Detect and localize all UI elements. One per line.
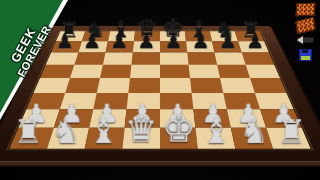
square-h1[interactable]: ♜ <box>266 128 310 149</box>
piece-black-pawn[interactable]: ♟ <box>110 32 128 52</box>
square-a7[interactable]: ♟ <box>51 41 82 52</box>
piece-black-pawn[interactable]: ♟ <box>165 32 183 52</box>
piece-black-pawn[interactable]: ♟ <box>192 32 210 52</box>
square-h6[interactable] <box>242 52 275 64</box>
square-g7[interactable]: ♟ <box>212 41 242 52</box>
square-b4[interactable] <box>65 78 100 93</box>
square-a6[interactable] <box>46 52 79 64</box>
square-h5[interactable] <box>246 65 280 78</box>
piece-white-king[interactable]: ♚ <box>162 110 196 148</box>
square-f6[interactable] <box>187 52 217 64</box>
square-d5[interactable] <box>130 65 160 78</box>
piece-white-knight[interactable]: ♞ <box>239 115 268 148</box>
piece-black-pawn[interactable]: ♟ <box>137 32 155 52</box>
square-e7[interactable]: ♟ <box>160 41 187 52</box>
square-b1[interactable]: ♞ <box>47 128 89 149</box>
square-e4[interactable] <box>160 78 192 93</box>
flat-board-icon[interactable] <box>296 3 316 17</box>
square-g6[interactable] <box>214 52 245 64</box>
square-c7[interactable]: ♟ <box>106 41 134 52</box>
square-b7[interactable]: ♟ <box>78 41 108 52</box>
square-f4[interactable] <box>190 78 223 93</box>
square-c5[interactable] <box>100 65 131 78</box>
square-f1[interactable]: ♝ <box>195 128 235 149</box>
square-c6[interactable] <box>103 52 133 64</box>
square-c4[interactable] <box>97 78 130 93</box>
square-d1[interactable]: ♛ <box>122 128 160 149</box>
piece-white-bishop[interactable]: ♝ <box>201 114 231 148</box>
piece-black-pawn[interactable]: ♟ <box>83 32 101 52</box>
square-e6[interactable] <box>160 52 189 64</box>
piece-black-pawn[interactable]: ♟ <box>246 32 264 52</box>
square-b6[interactable] <box>74 52 105 64</box>
tilted-board-icon[interactable] <box>295 17 315 35</box>
undo-icon[interactable] <box>297 37 314 43</box>
square-b5[interactable] <box>70 65 103 78</box>
square-g4[interactable] <box>220 78 255 93</box>
game-screen: ♜♞♝♛♚♝♞♜♟♟♟♟♟♟♟♟♟♟♟♟♟♟♟♟♜♞♝♛♚♝♞♜ GEEK FO… <box>0 0 320 180</box>
square-c1[interactable]: ♝ <box>85 128 125 149</box>
square-h4[interactable] <box>250 78 286 93</box>
piece-white-rook[interactable]: ♜ <box>277 115 306 148</box>
piece-black-pawn[interactable]: ♟ <box>219 32 237 52</box>
square-e5[interactable] <box>160 65 190 78</box>
square-d7[interactable]: ♟ <box>133 41 160 52</box>
piece-black-pawn[interactable]: ♟ <box>56 32 74 52</box>
square-d4[interactable] <box>128 78 160 93</box>
square-d6[interactable] <box>131 52 160 64</box>
piece-white-queen[interactable]: ♛ <box>125 112 158 148</box>
piece-white-knight[interactable]: ♞ <box>51 115 80 148</box>
square-g1[interactable]: ♞ <box>231 128 273 149</box>
piece-white-bishop[interactable]: ♝ <box>88 114 118 148</box>
square-g5[interactable] <box>217 65 250 78</box>
square-f5[interactable] <box>189 65 220 78</box>
square-a5[interactable] <box>40 65 74 78</box>
chessboard: ♜♞♝♛♚♝♞♜♟♟♟♟♟♟♟♟♟♟♟♟♟♟♟♟♜♞♝♛♚♝♞♜ <box>9 31 310 149</box>
chessboard-frame: ♜♞♝♛♚♝♞♜♟♟♟♟♟♟♟♟♟♟♟♟♟♟♟♟♜♞♝♛♚♝♞♜ <box>0 26 320 161</box>
square-e1[interactable]: ♚ <box>160 128 198 149</box>
square-f7[interactable]: ♟ <box>186 41 214 52</box>
save-icon[interactable] <box>299 49 312 61</box>
square-h7[interactable]: ♟ <box>238 41 269 52</box>
piece-white-rook[interactable]: ♜ <box>14 115 43 148</box>
square-a4[interactable] <box>34 78 70 93</box>
